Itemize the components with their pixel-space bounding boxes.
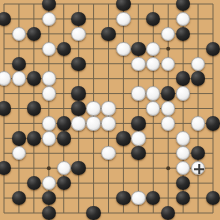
black-stone bbox=[71, 86, 85, 100]
black-stone bbox=[191, 71, 205, 85]
black-stone bbox=[176, 71, 190, 85]
black-stone bbox=[131, 116, 145, 130]
black-stone bbox=[71, 57, 85, 71]
black-stone bbox=[116, 131, 130, 145]
black-stone bbox=[42, 206, 56, 220]
white-stone bbox=[101, 146, 115, 160]
black-stone bbox=[71, 161, 85, 175]
black-stone bbox=[42, 191, 56, 205]
go-board-screenshot bbox=[0, 0, 220, 220]
white-stone bbox=[42, 131, 56, 145]
black-stone bbox=[27, 71, 41, 85]
black-stone bbox=[71, 12, 85, 26]
white-stone bbox=[71, 27, 85, 41]
black-stone bbox=[131, 42, 145, 56]
white-stone bbox=[131, 57, 145, 71]
white-stone bbox=[161, 101, 175, 115]
black-stone bbox=[131, 146, 145, 160]
white-stone bbox=[176, 86, 190, 100]
white-stone bbox=[101, 116, 115, 130]
black-stone bbox=[86, 206, 100, 220]
white-stone bbox=[146, 101, 160, 115]
white-stone bbox=[116, 42, 130, 56]
white-stone bbox=[176, 131, 190, 145]
black-stone bbox=[27, 27, 41, 41]
white-stone bbox=[12, 71, 26, 85]
black-stone bbox=[12, 57, 26, 71]
white-stone bbox=[71, 116, 85, 130]
white-stone bbox=[86, 116, 100, 130]
black-stone bbox=[57, 42, 71, 56]
white-stone bbox=[131, 86, 145, 100]
black-stone bbox=[206, 42, 220, 56]
black-stone bbox=[27, 131, 41, 145]
white-stone bbox=[42, 86, 56, 100]
black-stone bbox=[116, 191, 130, 205]
black-stone bbox=[57, 131, 71, 145]
white-stone bbox=[12, 27, 26, 41]
white-stone bbox=[191, 116, 205, 130]
white-stone bbox=[86, 101, 100, 115]
black-stone bbox=[161, 86, 175, 100]
black-stone bbox=[27, 101, 41, 115]
star-point bbox=[166, 166, 170, 170]
white-stone bbox=[191, 57, 205, 71]
white-stone bbox=[42, 42, 56, 56]
black-stone bbox=[101, 27, 115, 41]
black-stone bbox=[57, 176, 71, 190]
star-point bbox=[166, 47, 170, 51]
black-stone bbox=[206, 116, 220, 130]
white-stone bbox=[42, 116, 56, 130]
white-stone bbox=[131, 131, 145, 145]
white-stone bbox=[42, 12, 56, 26]
white-stone bbox=[161, 116, 175, 130]
white-stone bbox=[42, 71, 56, 85]
go-board[interactable] bbox=[0, 0, 220, 220]
black-stone bbox=[57, 116, 71, 130]
black-stone bbox=[12, 131, 26, 145]
black-stone bbox=[71, 101, 85, 115]
star-point bbox=[47, 166, 51, 170]
white-stone bbox=[116, 12, 130, 26]
white-stone bbox=[101, 101, 115, 115]
white-stone bbox=[131, 191, 145, 205]
